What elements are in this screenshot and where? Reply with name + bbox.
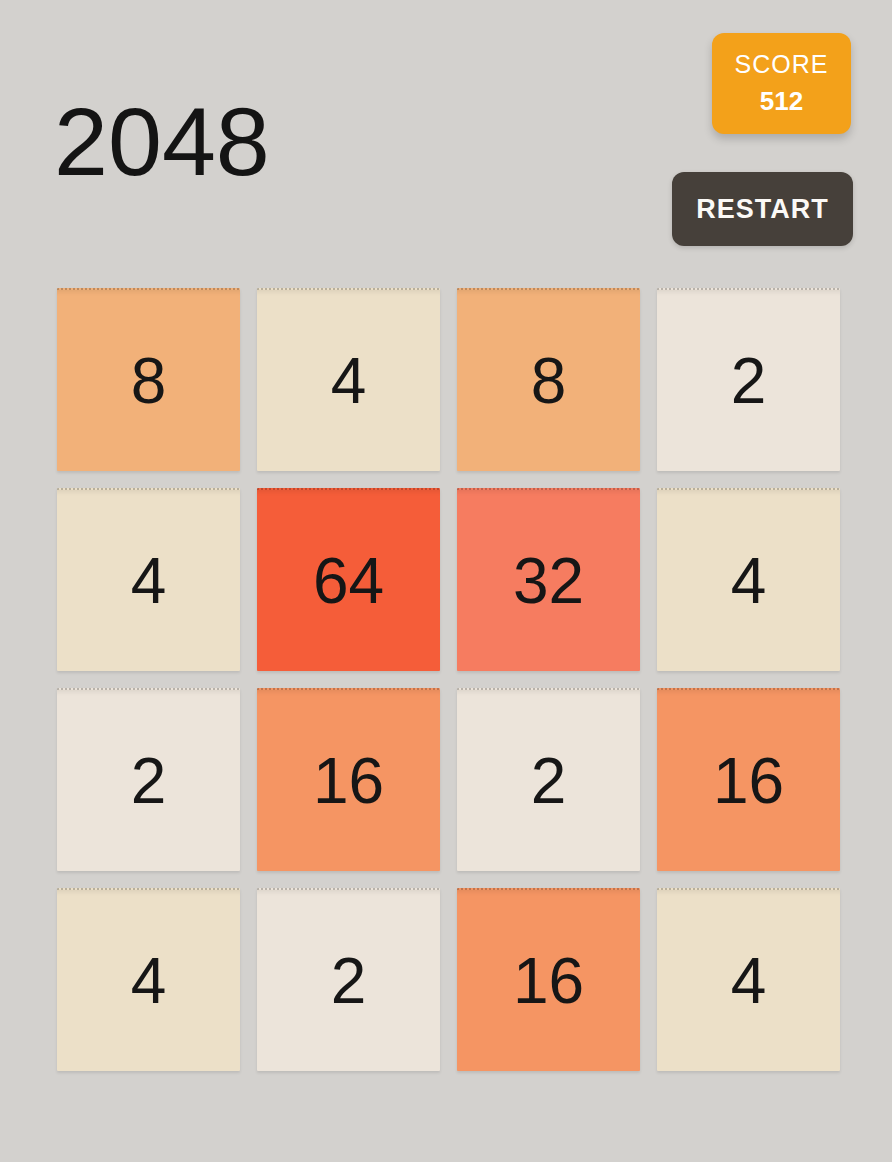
tile-r4c2: 2 [257, 888, 440, 1071]
page-title: 2048 [54, 93, 270, 190]
tile-r1c2: 4 [257, 288, 440, 471]
tile-r3c1: 2 [57, 688, 240, 871]
tile-r3c4: 16 [657, 688, 840, 871]
tile-r2c4: 4 [657, 488, 840, 671]
page: 2048 SCORE 512 RESTART 84824643242162164… [0, 0, 892, 1162]
game-board[interactable]: 848246432421621642164 [57, 288, 840, 1071]
tile-r4c3: 16 [457, 888, 640, 1071]
tile-r1c3: 8 [457, 288, 640, 471]
tile-r1c1: 8 [57, 288, 240, 471]
tile-r2c2: 64 [257, 488, 440, 671]
tile-r2c3: 32 [457, 488, 640, 671]
tile-r3c2: 16 [257, 688, 440, 871]
tile-r4c4: 4 [657, 888, 840, 1071]
restart-button[interactable]: RESTART [672, 172, 853, 246]
score-label: SCORE [735, 50, 829, 79]
score-badge: SCORE 512 [712, 33, 851, 134]
tile-r2c1: 4 [57, 488, 240, 671]
tile-r3c3: 2 [457, 688, 640, 871]
score-value: 512 [760, 86, 803, 117]
tile-r4c1: 4 [57, 888, 240, 1071]
tile-r1c4: 2 [657, 288, 840, 471]
